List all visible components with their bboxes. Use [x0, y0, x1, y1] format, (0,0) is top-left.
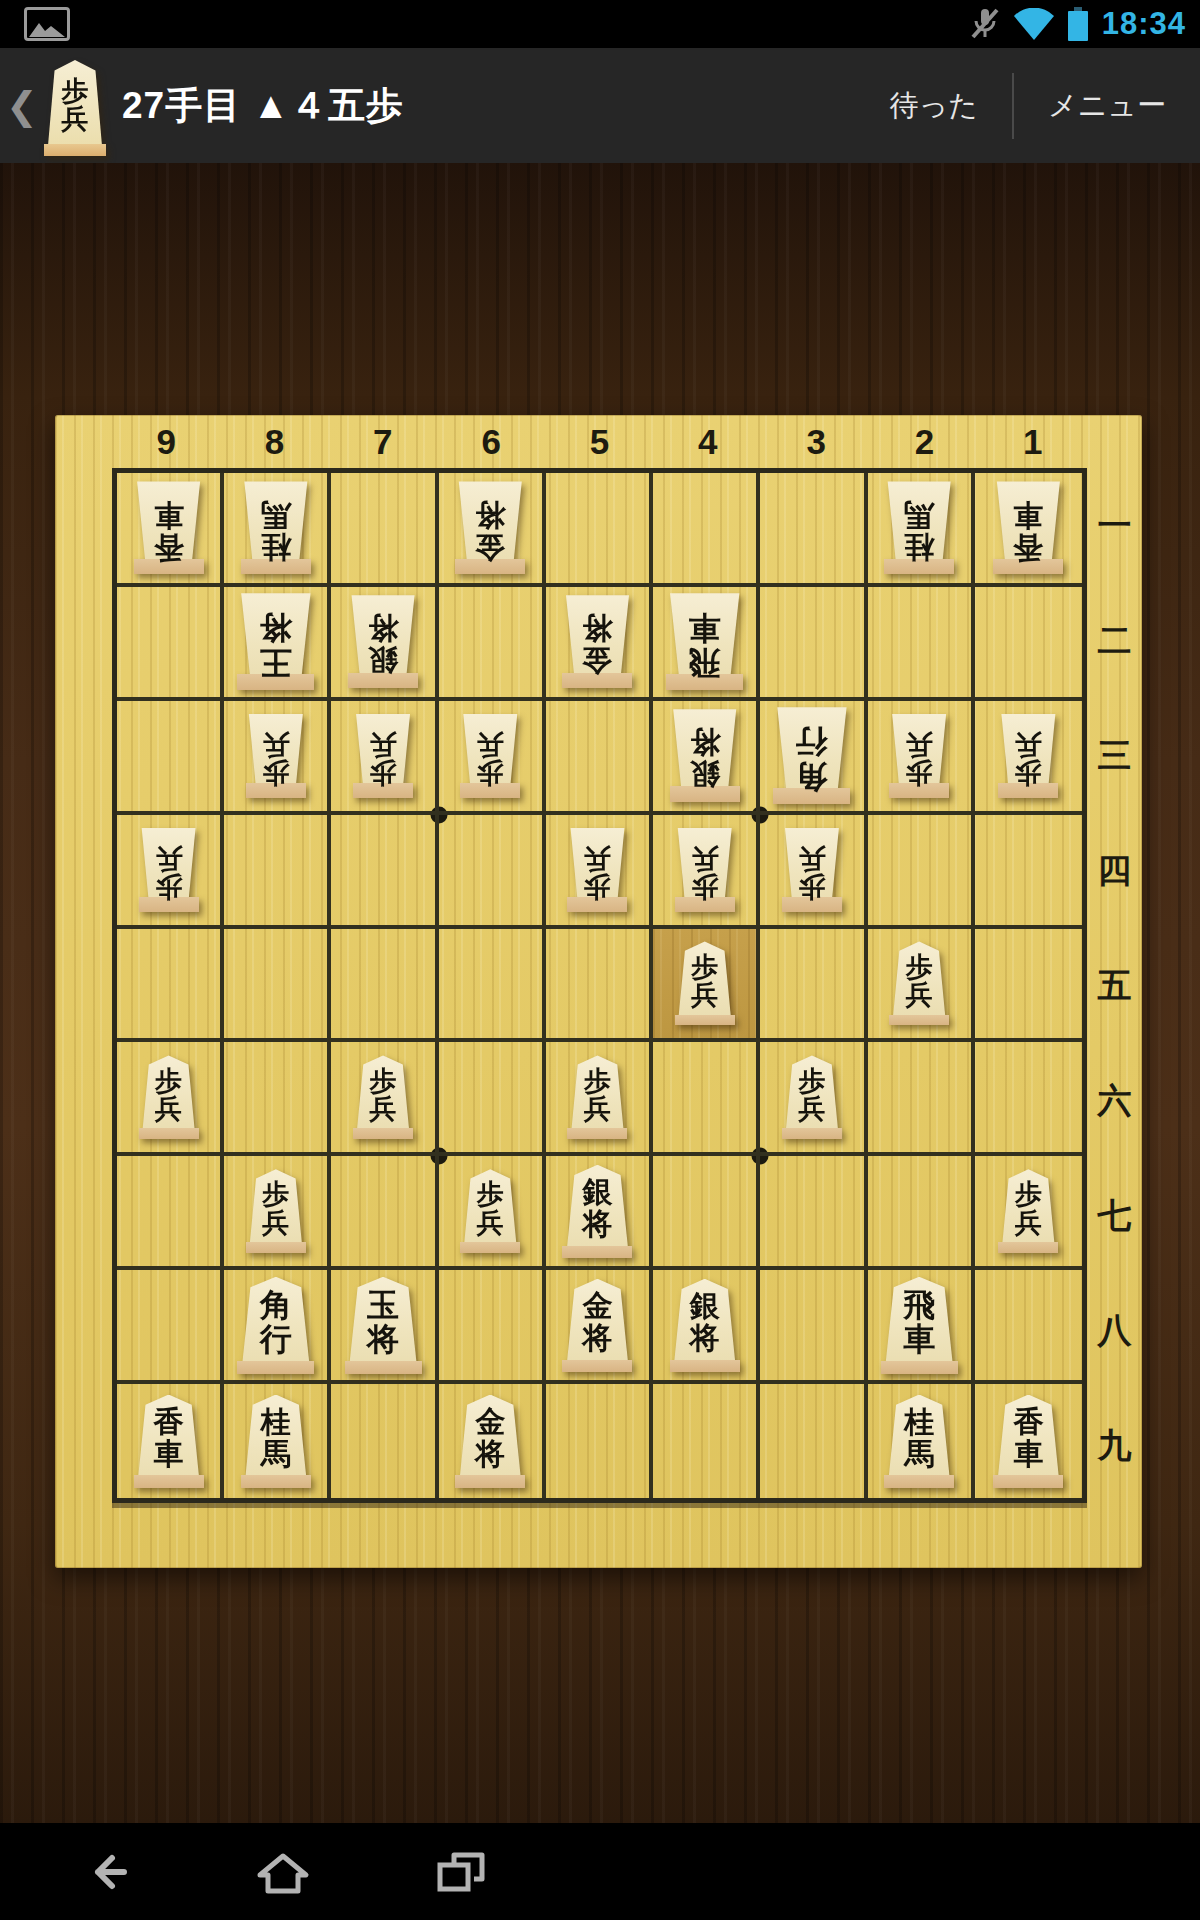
board-cell-9-7[interactable]	[117, 1156, 224, 1270]
board-cell-2-2[interactable]	[868, 587, 975, 701]
piece-base	[881, 1361, 958, 1374]
board-cell-1-8[interactable]	[975, 1270, 1082, 1384]
board-cell-8-1[interactable]: 桂 馬	[224, 473, 331, 587]
board-cell-6-5[interactable]	[439, 929, 546, 1043]
board-cell-1-6[interactable]	[975, 1042, 1082, 1156]
board-cell-7-9[interactable]	[331, 1384, 438, 1498]
board-cell-3-1[interactable]	[760, 473, 867, 587]
board-cell-7-7[interactable]	[331, 1156, 438, 1270]
piece-kanji: 玉 将	[345, 1282, 422, 1362]
piece-kanji: 桂 馬	[884, 1400, 954, 1476]
file-label: 9	[112, 415, 220, 468]
file-label: 8	[220, 415, 328, 468]
piece-black-pawn[interactable]: 歩 兵	[567, 1055, 627, 1139]
piece-base	[670, 1360, 740, 1372]
wifi-icon	[1014, 8, 1054, 40]
board-cell-4-4[interactable]: 歩 兵	[653, 815, 760, 929]
board-cell-6-6[interactable]	[439, 1042, 546, 1156]
piece-kanji: 金 将	[562, 606, 632, 682]
board-cell-7-2[interactable]: 銀 将	[331, 587, 438, 701]
board-cell-5-2[interactable]: 金 将	[546, 587, 653, 701]
piece-kanji: 歩 兵	[998, 724, 1058, 793]
board-cell-3-9[interactable]	[760, 1384, 867, 1498]
board-cell-5-7[interactable]: 銀 将	[546, 1156, 653, 1270]
board-cell-7-5[interactable]	[331, 929, 438, 1043]
board-cell-1-2[interactable]	[975, 587, 1082, 701]
piece-base	[353, 1128, 413, 1139]
board-cell-3-6[interactable]: 歩 兵	[760, 1042, 867, 1156]
piece-kanji: 歩 兵	[782, 1060, 842, 1129]
board-cell-2-8[interactable]: 飛 車	[868, 1270, 975, 1384]
board-cell-5-8[interactable]: 金 将	[546, 1270, 653, 1384]
piece-kanji: 歩 兵	[567, 838, 627, 907]
board-cell-9-1[interactable]: 香 車	[117, 473, 224, 587]
board-cell-3-4[interactable]: 歩 兵	[760, 815, 867, 929]
rank-label: 一	[1087, 468, 1142, 583]
board-cell-9-6[interactable]: 歩 兵	[117, 1042, 224, 1156]
board-cell-6-2[interactable]	[439, 587, 546, 701]
board-cell-5-9[interactable]	[546, 1384, 653, 1498]
piece-white-silver[interactable]: 銀 将	[348, 595, 418, 688]
board-cell-3-3[interactable]: 角 行	[760, 701, 867, 815]
piece-kanji: 金 将	[562, 1284, 632, 1360]
board-cell-6-9[interactable]: 金 将	[439, 1384, 546, 1498]
shogi-app-screen: 18:34 ❮ 歩 兵 27手目 ▲４五歩 待った メニュー 987654321…	[0, 0, 1200, 1920]
piece-black-silver[interactable]: 銀 将	[670, 1279, 740, 1372]
move-title: 27手目 ▲４五歩	[122, 48, 404, 163]
rank-label: 五	[1087, 928, 1142, 1043]
piece-white-pawn[interactable]: 歩 兵	[782, 828, 842, 912]
board-cell-3-5[interactable]	[760, 929, 867, 1043]
piece-white-pawn[interactable]: 歩 兵	[353, 714, 413, 798]
piece-white-pawn[interactable]: 歩 兵	[675, 828, 735, 912]
file-label: 1	[979, 415, 1087, 468]
board-cell-3-8[interactable]	[760, 1270, 867, 1384]
piece-black-rook[interactable]: 飛 車	[881, 1277, 958, 1374]
board-cell-2-5[interactable]: 歩 兵	[868, 929, 975, 1043]
piece-black-pawn[interactable]: 歩 兵	[139, 1055, 199, 1139]
piece-black-lance[interactable]: 香 車	[134, 1395, 204, 1488]
piece-black-gold[interactable]: 金 将	[455, 1395, 525, 1488]
board-cell-6-7[interactable]: 歩 兵	[439, 1156, 546, 1270]
board-cell-7-6[interactable]: 歩 兵	[331, 1042, 438, 1156]
piece-base	[993, 1475, 1063, 1487]
piece-white-lance[interactable]: 香 車	[134, 481, 204, 574]
piece-base	[139, 1128, 199, 1139]
board-cell-7-8[interactable]: 玉 将	[331, 1270, 438, 1384]
menu-button[interactable]: メニュー	[1014, 48, 1200, 163]
status-bar: 18:34	[0, 0, 1200, 48]
piece-kanji: 桂 馬	[241, 1400, 311, 1476]
board-cell-9-3[interactable]	[117, 701, 224, 815]
piece-white-rook[interactable]: 飛 車	[666, 593, 743, 690]
rank-label: 三	[1087, 698, 1142, 813]
board-cell-4-6[interactable]	[653, 1042, 760, 1156]
piece-black-silver[interactable]: 銀 将	[562, 1165, 632, 1258]
piece-kanji: 歩 兵	[675, 838, 735, 907]
piece-kanji: 歩 兵	[889, 947, 949, 1016]
piece-kanji: 桂 馬	[884, 493, 954, 569]
board-cell-2-1[interactable]: 桂 馬	[868, 473, 975, 587]
piece-kanji: 歩 兵	[246, 724, 306, 793]
piece-white-knight[interactable]: 桂 馬	[241, 481, 311, 574]
board-cell-4-2[interactable]: 飛 車	[653, 587, 760, 701]
board-cell-5-3[interactable]	[546, 701, 653, 815]
piece-kanji: 香 車	[993, 493, 1063, 569]
board-cell-2-9[interactable]: 桂 馬	[868, 1384, 975, 1498]
board-cell-2-4[interactable]	[868, 815, 975, 929]
piece-base	[889, 1015, 949, 1026]
rank-label: 七	[1087, 1158, 1142, 1273]
board-cell-9-4[interactable]: 歩 兵	[117, 815, 224, 929]
undo-button[interactable]: 待った	[856, 48, 1012, 163]
piece-black-knight[interactable]: 桂 馬	[884, 1395, 954, 1488]
piece-kanji: 歩 兵	[889, 724, 949, 793]
board-cell-4-9[interactable]	[653, 1384, 760, 1498]
board-cell-1-4[interactable]	[975, 815, 1082, 929]
board-cell-4-3[interactable]: 銀 将	[653, 701, 760, 815]
piece-white-knight[interactable]: 桂 馬	[884, 481, 954, 574]
rank-label: 九	[1087, 1388, 1142, 1503]
piece-kanji: 飛 車	[666, 605, 743, 685]
board-cell-8-5[interactable]	[224, 929, 331, 1043]
board-cell-2-3[interactable]: 歩 兵	[868, 701, 975, 815]
piece-black-pawn[interactable]: 歩 兵	[889, 941, 949, 1025]
piece-white-pawn[interactable]: 歩 兵	[998, 714, 1058, 798]
board-cell-1-5[interactable]	[975, 929, 1082, 1043]
piece-kanji: 銀 将	[670, 720, 740, 796]
file-labels: 987654321	[112, 415, 1087, 468]
piece-white-pawn[interactable]: 歩 兵	[460, 714, 520, 798]
piece-black-gold[interactable]: 金 将	[562, 1279, 632, 1372]
piece-base	[562, 1360, 632, 1372]
board-cell-8-2[interactable]: 王 将	[224, 587, 331, 701]
rank-labels: 一二三四五六七八九	[1087, 468, 1142, 1503]
piece-black-bishop[interactable]: 角 行	[237, 1277, 314, 1374]
piece-kanji: 香 車	[134, 1400, 204, 1476]
board-cell-2-6[interactable]	[868, 1042, 975, 1156]
board-grid: 香 車桂 馬金 将桂 馬香 車王 将銀 将金 将飛 車歩 兵歩 兵歩 兵銀 将角…	[112, 468, 1087, 1503]
back-chevron-icon[interactable]: ❮	[6, 48, 38, 163]
piece-kanji: 歩 兵	[353, 724, 413, 793]
piece-white-pawn[interactable]: 歩 兵	[139, 828, 199, 912]
piece-kanji: 飛 車	[881, 1282, 958, 1362]
piece-kanji: 歩 兵	[139, 838, 199, 907]
board-cell-1-1[interactable]: 香 車	[975, 473, 1082, 587]
piece-black-pawn[interactable]: 歩 兵	[998, 1169, 1058, 1253]
piece-white-bishop[interactable]: 角 行	[773, 707, 850, 804]
board-cell-5-4[interactable]: 歩 兵	[546, 815, 653, 929]
piece-black-pawn[interactable]: 歩 兵	[246, 1169, 306, 1253]
piece-white-pawn[interactable]: 歩 兵	[567, 828, 627, 912]
board-cell-9-9[interactable]: 香 車	[117, 1384, 224, 1498]
piece-kanji: 角 行	[237, 1282, 314, 1362]
piece-kanji: 銀 将	[670, 1284, 740, 1360]
file-label: 2	[870, 415, 978, 468]
piece-kanji: 金 将	[455, 493, 525, 569]
piece-white-pawn[interactable]: 歩 兵	[246, 714, 306, 798]
piece-white-gold[interactable]: 金 将	[455, 481, 525, 574]
piece-base	[455, 1475, 525, 1487]
piece-white-king[interactable]: 王 将	[237, 593, 314, 690]
piece-black-knight[interactable]: 桂 馬	[241, 1395, 311, 1488]
piece-kanji: 歩 兵	[460, 724, 520, 793]
board-cell-7-4[interactable]	[331, 815, 438, 929]
board-cell-5-6[interactable]: 歩 兵	[546, 1042, 653, 1156]
piece-base	[567, 1128, 627, 1139]
piece-base	[675, 1015, 735, 1026]
board-cell-6-3[interactable]: 歩 兵	[439, 701, 546, 815]
piece-white-gold[interactable]: 金 将	[562, 595, 632, 688]
board-cell-8-3[interactable]: 歩 兵	[224, 701, 331, 815]
board-cell-8-4[interactable]	[224, 815, 331, 929]
board-cell-4-7[interactable]	[653, 1156, 760, 1270]
piece-black-pawn[interactable]: 歩 兵	[353, 1055, 413, 1139]
piece-kanji: 香 車	[134, 493, 204, 569]
title-bar: ❮ 歩 兵 27手目 ▲４五歩 待った メニュー	[0, 48, 1200, 163]
piece-black-pawn[interactable]: 歩 兵	[675, 941, 735, 1025]
board-cell-4-5[interactable]: 歩 兵	[653, 929, 760, 1043]
board-cell-9-2[interactable]	[117, 587, 224, 701]
piece-kanji: 歩 兵	[998, 1174, 1058, 1243]
piece-white-silver[interactable]: 銀 将	[670, 709, 740, 802]
battery-icon	[1068, 7, 1088, 41]
board-cell-8-9[interactable]: 桂 馬	[224, 1384, 331, 1498]
piece-kanji: 歩 兵	[567, 1060, 627, 1129]
piece-base	[562, 1246, 632, 1258]
piece-kanji: 歩 兵	[460, 1174, 520, 1243]
piece-black-king[interactable]: 玉 将	[345, 1277, 422, 1374]
piece-base	[246, 1242, 306, 1253]
piece-white-pawn[interactable]: 歩 兵	[889, 714, 949, 798]
mute-icon	[970, 7, 1000, 41]
piece-base	[241, 1475, 311, 1487]
piece-base	[998, 1242, 1058, 1253]
piece-kanji: 銀 将	[348, 606, 418, 682]
file-label: 5	[545, 415, 653, 468]
piece-base	[782, 1128, 842, 1139]
rank-label: 二	[1087, 583, 1142, 698]
board-cell-1-7[interactable]: 歩 兵	[975, 1156, 1082, 1270]
board-cell-7-3[interactable]: 歩 兵	[331, 701, 438, 815]
board-cell-1-9[interactable]: 香 車	[975, 1384, 1082, 1498]
piece-kanji: 桂 馬	[241, 493, 311, 569]
board-cell-2-7[interactable]	[868, 1156, 975, 1270]
rank-label: 八	[1087, 1273, 1142, 1388]
rank-label: 四	[1087, 813, 1142, 928]
recents-button-icon[interactable]	[430, 1841, 492, 1903]
board-cell-6-1[interactable]: 金 将	[439, 473, 546, 587]
board-cell-8-8[interactable]: 角 行	[224, 1270, 331, 1384]
board-cell-6-4[interactable]	[439, 815, 546, 929]
clock: 18:34	[1102, 6, 1186, 42]
piece-kanji: 香 車	[993, 1400, 1063, 1476]
board-cell-4-8[interactable]: 銀 将	[653, 1270, 760, 1384]
board-cell-8-7[interactable]: 歩 兵	[224, 1156, 331, 1270]
piece-kanji: 歩 兵	[675, 947, 735, 1016]
piece-kanji: 王 将	[237, 605, 314, 685]
file-label: 7	[329, 415, 437, 468]
piece-base	[134, 1475, 204, 1487]
rank-label: 六	[1087, 1043, 1142, 1158]
app-pawn-piece-icon[interactable]: 歩 兵	[44, 60, 106, 156]
piece-kanji: 歩 兵	[139, 1060, 199, 1129]
board-cell-5-1[interactable]	[546, 473, 653, 587]
piece-base	[44, 144, 106, 156]
piece-black-pawn[interactable]: 歩 兵	[782, 1055, 842, 1139]
board-cell-7-1[interactable]	[331, 473, 438, 587]
board-cell-8-6[interactable]	[224, 1042, 331, 1156]
piece-kanji: 銀 将	[562, 1170, 632, 1246]
board-cell-9-5[interactable]	[117, 929, 224, 1043]
piece-base	[345, 1361, 422, 1374]
piece-black-lance[interactable]: 香 車	[993, 1395, 1063, 1488]
piece-kanji: 歩 兵	[246, 1174, 306, 1243]
board-cell-1-3[interactable]: 歩 兵	[975, 701, 1082, 815]
board-cell-3-2[interactable]	[760, 587, 867, 701]
piece-kanji: 歩 兵	[353, 1060, 413, 1129]
piece-base	[884, 1475, 954, 1487]
home-button-icon[interactable]	[252, 1841, 314, 1903]
shogi-board: 987654321 一二三四五六七八九 香 車桂 馬金 将桂 馬香 車王 将銀 …	[55, 415, 1142, 1568]
back-button-icon[interactable]	[80, 1841, 142, 1903]
piece-white-lance[interactable]: 香 車	[993, 481, 1063, 574]
piece-base	[460, 1242, 520, 1253]
navigation-bar	[0, 1823, 1200, 1920]
board-cell-5-5[interactable]	[546, 929, 653, 1043]
piece-kanji: 歩 兵	[44, 66, 106, 145]
file-label: 4	[654, 415, 762, 468]
board-cell-4-1[interactable]	[653, 473, 760, 587]
board-cell-9-8[interactable]	[117, 1270, 224, 1384]
piece-black-pawn[interactable]: 歩 兵	[460, 1169, 520, 1253]
board-cell-3-7[interactable]	[760, 1156, 867, 1270]
piece-base	[237, 1361, 314, 1374]
table-background: 987654321 一二三四五六七八九 香 車桂 馬金 将桂 馬香 車王 将銀 …	[0, 163, 1200, 1823]
piece-kanji: 歩 兵	[782, 838, 842, 907]
file-label: 6	[437, 415, 545, 468]
piece-kanji: 角 行	[773, 719, 850, 799]
piece-kanji: 金 将	[455, 1400, 525, 1476]
board-cell-6-8[interactable]	[439, 1270, 546, 1384]
screenshot-notification-icon	[24, 7, 70, 41]
file-label: 3	[762, 415, 870, 468]
